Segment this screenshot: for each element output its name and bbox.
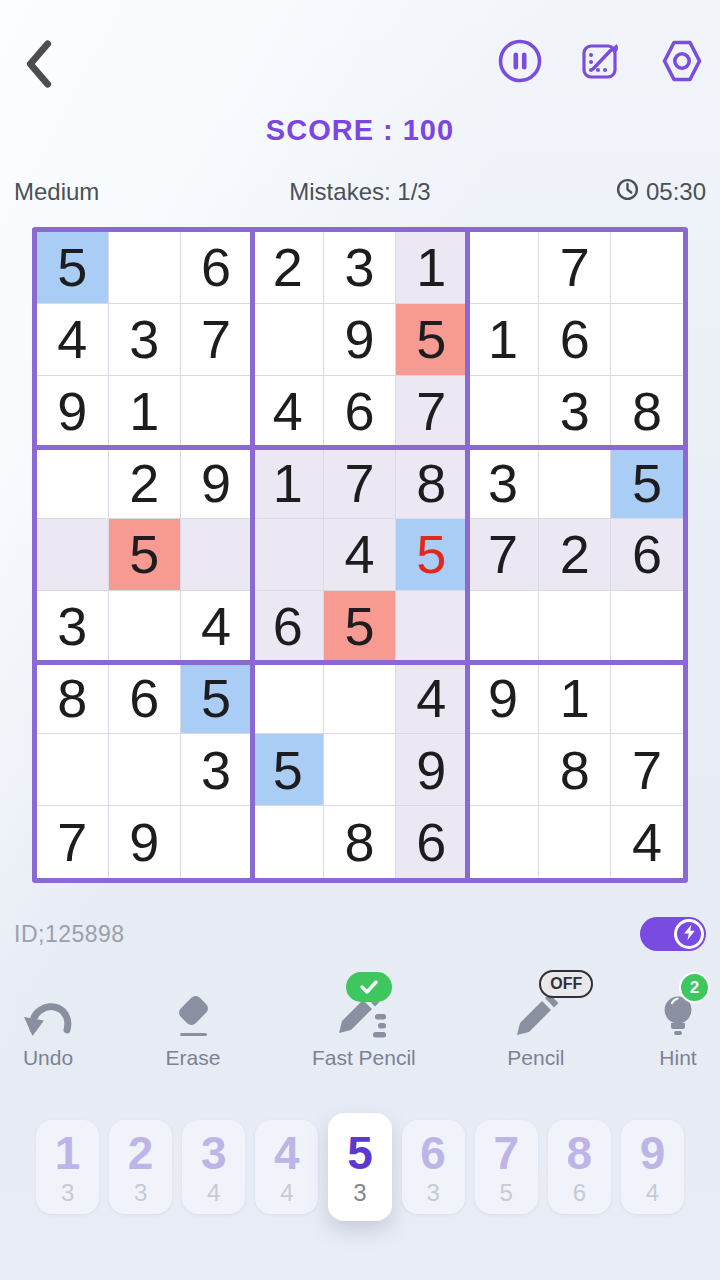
numpad-3[interactable]: 34 xyxy=(182,1120,245,1214)
cell-r3c1[interactable]: 9 xyxy=(37,376,109,448)
cell-r3c8[interactable]: 3 xyxy=(539,376,611,448)
cell-r6c3[interactable]: 4 xyxy=(181,591,253,663)
pencil-button[interactable]: OFF Pencil xyxy=(507,984,564,1070)
cell-r2c6[interactable]: 5 xyxy=(396,304,468,376)
cell-r5c2[interactable]: 5 xyxy=(109,519,181,591)
hint-button[interactable]: 2 Hint xyxy=(656,984,700,1070)
undo-icon xyxy=(22,984,74,1040)
cell-r8c6[interactable]: 9 xyxy=(396,734,468,806)
cell-r7c4[interactable] xyxy=(252,663,324,735)
cell-r4c9[interactable]: 5 xyxy=(611,447,683,519)
status-row: Medium Mistakes: 1/3 05:30 xyxy=(0,176,720,208)
cell-r3c3[interactable] xyxy=(181,376,253,448)
cell-r2c2[interactable]: 3 xyxy=(109,304,181,376)
sudoku-board: 5623174379516914673829178355457263465865… xyxy=(32,227,688,883)
cell-r6c7[interactable] xyxy=(468,591,540,663)
cell-r2c7[interactable]: 1 xyxy=(468,304,540,376)
tool-label: Fast Pencil xyxy=(312,1046,416,1070)
cell-r2c4[interactable] xyxy=(252,304,324,376)
tool-label: Pencil xyxy=(507,1046,564,1070)
erase-button[interactable]: Erase xyxy=(166,984,221,1070)
cell-r8c5[interactable] xyxy=(324,734,396,806)
toggle-thumb xyxy=(674,919,704,949)
cell-r7c5[interactable] xyxy=(324,663,396,735)
game-id: ID;125898 xyxy=(14,921,125,948)
cell-r6c4[interactable]: 6 xyxy=(252,591,324,663)
undo-button[interactable]: Undo xyxy=(22,984,74,1070)
cell-r1c1[interactable]: 5 xyxy=(37,232,109,304)
numpad-digit: 9 xyxy=(640,1130,666,1176)
cell-r6c2[interactable] xyxy=(109,591,181,663)
numpad-digit: 8 xyxy=(567,1130,593,1176)
theme-brush-icon xyxy=(578,38,624,87)
cell-r7c6[interactable]: 4 xyxy=(396,663,468,735)
cell-r8c2[interactable] xyxy=(109,734,181,806)
top-bar xyxy=(0,36,720,92)
check-badge xyxy=(346,972,392,1002)
pause-button[interactable] xyxy=(496,38,544,86)
numpad-digit: 7 xyxy=(493,1130,519,1176)
cell-r5c8[interactable]: 2 xyxy=(539,519,611,591)
cell-r7c7[interactable]: 9 xyxy=(468,663,540,735)
cell-r5c1[interactable] xyxy=(37,519,109,591)
numpad-remaining-count: 3 xyxy=(61,1181,74,1205)
cell-r9c6[interactable]: 6 xyxy=(396,806,468,878)
cell-r8c7[interactable] xyxy=(468,734,540,806)
difficulty-label: Medium xyxy=(14,178,99,206)
cell-r6c1[interactable]: 3 xyxy=(37,591,109,663)
cell-r1c7[interactable] xyxy=(468,232,540,304)
cell-r7c9[interactable] xyxy=(611,663,683,735)
cell-r6c9[interactable] xyxy=(611,591,683,663)
cell-r1c8[interactable]: 7 xyxy=(539,232,611,304)
cell-r9c7[interactable] xyxy=(468,806,540,878)
eraser-icon xyxy=(168,984,218,1040)
numpad-remaining-count: 3 xyxy=(353,1181,366,1205)
numpad-remaining-count: 3 xyxy=(426,1181,439,1205)
numpad-remaining-count: 4 xyxy=(207,1181,220,1205)
numpad-digit: 3 xyxy=(201,1130,227,1176)
fast-mode-toggle[interactable] xyxy=(640,917,706,951)
lightning-bolt-icon xyxy=(682,924,697,944)
settings-hexagon-icon xyxy=(659,38,705,87)
cell-r2c5[interactable]: 9 xyxy=(324,304,396,376)
off-badge: OFF xyxy=(539,970,593,998)
numpad-remaining-count: 6 xyxy=(573,1181,586,1205)
cell-r6c5[interactable]: 5 xyxy=(324,591,396,663)
numpad-digit: 5 xyxy=(347,1130,373,1176)
numpad-remaining-count: 3 xyxy=(134,1181,147,1205)
cell-r7c3[interactable]: 5 xyxy=(181,663,253,735)
settings-button[interactable] xyxy=(658,38,706,86)
cell-r6c6[interactable] xyxy=(396,591,468,663)
timer: 05:30 xyxy=(616,178,706,207)
cell-r3c7[interactable] xyxy=(468,376,540,448)
cell-r3c6[interactable]: 7 xyxy=(396,376,468,448)
cell-r9c2[interactable]: 9 xyxy=(109,806,181,878)
cell-r2c3[interactable]: 7 xyxy=(181,304,253,376)
cell-r6c8[interactable] xyxy=(539,591,611,663)
cell-r5c7[interactable]: 7 xyxy=(468,519,540,591)
cell-r4c1[interactable] xyxy=(37,447,109,519)
mistakes-label: Mistakes: 1/3 xyxy=(289,178,430,206)
numpad-digit: 6 xyxy=(420,1130,446,1176)
back-icon xyxy=(19,78,59,93)
numpad-5[interactable]: 53 xyxy=(328,1113,391,1221)
numpad-digit: 4 xyxy=(274,1130,300,1176)
numpad-remaining-count: 5 xyxy=(500,1181,513,1205)
sudoku-game-screen: SCORE : 100 Medium Mistakes: 1/3 05:30 5… xyxy=(0,0,720,1280)
cell-r1c4[interactable]: 2 xyxy=(252,232,324,304)
theme-button[interactable] xyxy=(577,38,625,86)
cell-r1c2[interactable] xyxy=(109,232,181,304)
fast-pencil-button[interactable]: Fast Pencil xyxy=(312,984,416,1070)
cell-r8c1[interactable] xyxy=(37,734,109,806)
back-button[interactable] xyxy=(16,38,62,90)
numpad-4[interactable]: 44 xyxy=(255,1120,318,1214)
cell-r9c5[interactable]: 8 xyxy=(324,806,396,878)
numpad-8[interactable]: 86 xyxy=(548,1120,611,1214)
cell-r1c3[interactable]: 6 xyxy=(181,232,253,304)
cell-r4c5[interactable]: 7 xyxy=(324,447,396,519)
cell-r7c2[interactable]: 6 xyxy=(109,663,181,735)
numpad-remaining-count: 4 xyxy=(646,1181,659,1205)
tool-label: Erase xyxy=(166,1046,221,1070)
cell-r8c4[interactable]: 5 xyxy=(252,734,324,806)
cell-r5c9[interactable]: 6 xyxy=(611,519,683,591)
meta-row: ID;125898 xyxy=(14,914,706,954)
cell-r9c8[interactable] xyxy=(539,806,611,878)
hint-count-badge: 2 xyxy=(679,972,710,1003)
cell-r5c3[interactable] xyxy=(181,519,253,591)
cell-r2c9[interactable] xyxy=(611,304,683,376)
cell-r4c8[interactable] xyxy=(539,447,611,519)
cell-r5c6[interactable]: 5 xyxy=(396,519,468,591)
cell-r1c6[interactable]: 1 xyxy=(396,232,468,304)
cell-r4c3[interactable]: 9 xyxy=(181,447,253,519)
tool-label: Hint xyxy=(659,1046,696,1070)
numpad-2[interactable]: 23 xyxy=(109,1120,172,1214)
cell-r1c9[interactable] xyxy=(611,232,683,304)
cell-r9c3[interactable] xyxy=(181,806,253,878)
numpad: 132334445363758694 xyxy=(36,1120,684,1221)
cell-r3c5[interactable]: 6 xyxy=(324,376,396,448)
cell-r5c5[interactable]: 4 xyxy=(324,519,396,591)
cell-r8c9[interactable]: 7 xyxy=(611,734,683,806)
numpad-remaining-count: 4 xyxy=(280,1181,293,1205)
clock-icon xyxy=(616,178,639,207)
cell-r9c1[interactable]: 7 xyxy=(37,806,109,878)
cell-r2c1[interactable]: 4 xyxy=(37,304,109,376)
pause-icon xyxy=(497,38,543,87)
numpad-9[interactable]: 94 xyxy=(621,1120,684,1214)
numpad-digit: 2 xyxy=(128,1130,154,1176)
cell-r8c8[interactable]: 8 xyxy=(539,734,611,806)
cell-r4c7[interactable]: 3 xyxy=(468,447,540,519)
numpad-7[interactable]: 75 xyxy=(475,1120,538,1214)
cell-r7c1[interactable]: 8 xyxy=(37,663,109,735)
cell-r4c2[interactable]: 2 xyxy=(109,447,181,519)
cell-r3c2[interactable]: 1 xyxy=(109,376,181,448)
cell-r3c9[interactable]: 8 xyxy=(611,376,683,448)
tool-label: Undo xyxy=(23,1046,73,1070)
cell-r8c3[interactable]: 3 xyxy=(181,734,253,806)
cell-r9c9[interactable]: 4 xyxy=(611,806,683,878)
cell-r3c4[interactable]: 4 xyxy=(252,376,324,448)
cell-r5c4[interactable] xyxy=(252,519,324,591)
toolbar: Undo Erase xyxy=(0,984,720,1086)
cell-r9c4[interactable] xyxy=(252,806,324,878)
cell-r4c4[interactable]: 1 xyxy=(252,447,324,519)
numpad-digit: 1 xyxy=(55,1130,81,1176)
score-text: SCORE : 100 xyxy=(0,114,720,147)
timer-value: 05:30 xyxy=(646,178,706,206)
cell-r4c6[interactable]: 8 xyxy=(396,447,468,519)
cell-r1c5[interactable]: 3 xyxy=(324,232,396,304)
numpad-6[interactable]: 63 xyxy=(402,1120,465,1214)
cell-r7c8[interactable]: 1 xyxy=(539,663,611,735)
cell-r2c8[interactable]: 6 xyxy=(539,304,611,376)
numpad-1[interactable]: 13 xyxy=(36,1120,99,1214)
